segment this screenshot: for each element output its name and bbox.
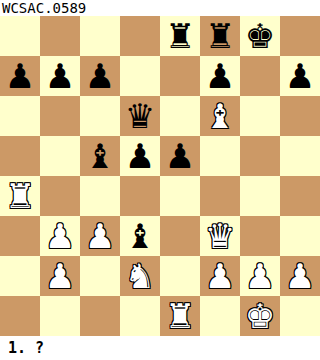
black-bishop: ♝ xyxy=(85,136,115,176)
white-king: ♚ xyxy=(245,296,275,336)
square-a6[interactable] xyxy=(0,96,40,136)
square-d7[interactable] xyxy=(120,56,160,96)
black-pawn: ♟ xyxy=(285,56,315,96)
black-king: ♚ xyxy=(245,16,275,56)
status-bar: 1. ? xyxy=(0,336,320,360)
square-h3[interactable] xyxy=(280,216,320,256)
square-e2[interactable] xyxy=(160,256,200,296)
white-queen: ♛ xyxy=(205,216,235,256)
square-a8[interactable] xyxy=(0,16,40,56)
square-c2[interactable] xyxy=(80,256,120,296)
square-f2[interactable]: ♟ xyxy=(200,256,240,296)
square-h5[interactable] xyxy=(280,136,320,176)
square-e7[interactable] xyxy=(160,56,200,96)
black-rook: ♜ xyxy=(205,16,235,56)
square-d5[interactable]: ♟ xyxy=(120,136,160,176)
square-d1[interactable] xyxy=(120,296,160,336)
square-g3[interactable] xyxy=(240,216,280,256)
white-bishop: ♝ xyxy=(205,96,235,136)
square-d2[interactable]: ♞ xyxy=(120,256,160,296)
black-pawn: ♟ xyxy=(125,136,155,176)
square-e1[interactable]: ♜ xyxy=(160,296,200,336)
square-c8[interactable] xyxy=(80,16,120,56)
square-b6[interactable] xyxy=(40,96,80,136)
square-c3[interactable]: ♟ xyxy=(80,216,120,256)
chess-board: ♜♜♚♟♟♟♟♟♛♝♝♟♟♜♟♟♝♛♟♞♟♟♟♜♚ xyxy=(0,16,320,336)
square-b1[interactable] xyxy=(40,296,80,336)
square-a4[interactable]: ♜ xyxy=(0,176,40,216)
square-h2[interactable]: ♟ xyxy=(280,256,320,296)
square-f5[interactable] xyxy=(200,136,240,176)
square-e6[interactable] xyxy=(160,96,200,136)
square-b5[interactable] xyxy=(40,136,80,176)
square-a1[interactable] xyxy=(0,296,40,336)
black-bishop: ♝ xyxy=(125,216,155,256)
square-d6[interactable]: ♛ xyxy=(120,96,160,136)
square-b2[interactable]: ♟ xyxy=(40,256,80,296)
square-g1[interactable]: ♚ xyxy=(240,296,280,336)
square-a3[interactable] xyxy=(0,216,40,256)
black-rook: ♜ xyxy=(165,16,195,56)
square-c7[interactable]: ♟ xyxy=(80,56,120,96)
square-f3[interactable]: ♛ xyxy=(200,216,240,256)
square-b3[interactable]: ♟ xyxy=(40,216,80,256)
white-pawn: ♟ xyxy=(245,256,275,296)
white-pawn: ♟ xyxy=(205,256,235,296)
square-g8[interactable]: ♚ xyxy=(240,16,280,56)
square-e5[interactable]: ♟ xyxy=(160,136,200,176)
white-knight: ♞ xyxy=(125,256,155,296)
square-d4[interactable] xyxy=(120,176,160,216)
black-queen: ♛ xyxy=(125,96,155,136)
square-f1[interactable] xyxy=(200,296,240,336)
white-rook: ♜ xyxy=(5,176,35,216)
square-a5[interactable] xyxy=(0,136,40,176)
square-b7[interactable]: ♟ xyxy=(40,56,80,96)
square-c5[interactable]: ♝ xyxy=(80,136,120,176)
white-pawn: ♟ xyxy=(85,216,115,256)
square-c1[interactable] xyxy=(80,296,120,336)
square-g4[interactable] xyxy=(240,176,280,216)
square-f7[interactable]: ♟ xyxy=(200,56,240,96)
move-prompt: 1. ? xyxy=(0,339,44,357)
square-h4[interactable] xyxy=(280,176,320,216)
square-h6[interactable] xyxy=(280,96,320,136)
square-f4[interactable] xyxy=(200,176,240,216)
square-g7[interactable] xyxy=(240,56,280,96)
black-pawn: ♟ xyxy=(85,56,115,96)
title-bar: WCSAC.0589 xyxy=(0,0,320,16)
square-c4[interactable] xyxy=(80,176,120,216)
square-g6[interactable] xyxy=(240,96,280,136)
square-h7[interactable]: ♟ xyxy=(280,56,320,96)
chess-puzzle-window: WCSAC.0589 ♜♜♚♟♟♟♟♟♛♝♝♟♟♜♟♟♝♛♟♞♟♟♟♜♚ 1. … xyxy=(0,0,320,360)
white-pawn: ♟ xyxy=(45,256,75,296)
square-f6[interactable]: ♝ xyxy=(200,96,240,136)
square-h1[interactable] xyxy=(280,296,320,336)
square-f8[interactable]: ♜ xyxy=(200,16,240,56)
square-h8[interactable] xyxy=(280,16,320,56)
square-g2[interactable]: ♟ xyxy=(240,256,280,296)
square-g5[interactable] xyxy=(240,136,280,176)
square-b4[interactable] xyxy=(40,176,80,216)
black-pawn: ♟ xyxy=(45,56,75,96)
square-b8[interactable] xyxy=(40,16,80,56)
square-e3[interactable] xyxy=(160,216,200,256)
square-e4[interactable] xyxy=(160,176,200,216)
square-c6[interactable] xyxy=(80,96,120,136)
puzzle-id: WCSAC.0589 xyxy=(0,0,86,16)
square-a2[interactable] xyxy=(0,256,40,296)
square-e8[interactable]: ♜ xyxy=(160,16,200,56)
white-rook: ♜ xyxy=(165,296,195,336)
white-pawn: ♟ xyxy=(45,216,75,256)
black-pawn: ♟ xyxy=(165,136,195,176)
square-d3[interactable]: ♝ xyxy=(120,216,160,256)
black-pawn: ♟ xyxy=(5,56,35,96)
square-a7[interactable]: ♟ xyxy=(0,56,40,96)
black-pawn: ♟ xyxy=(205,56,235,96)
white-pawn: ♟ xyxy=(285,256,315,296)
square-d8[interactable] xyxy=(120,16,160,56)
